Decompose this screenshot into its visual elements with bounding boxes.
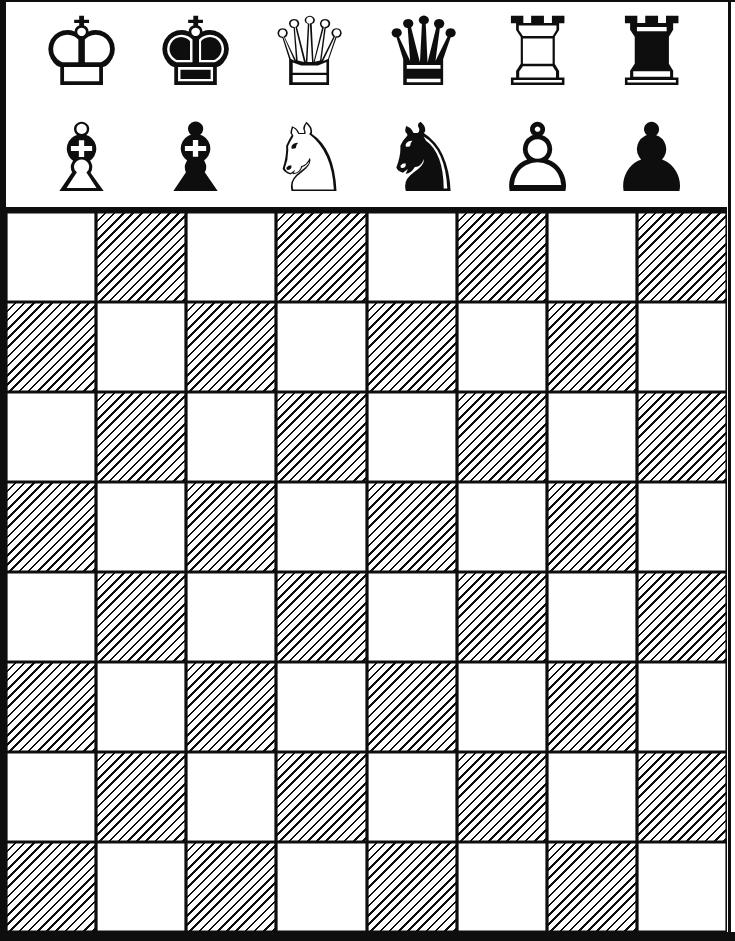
black-pawn-icon: ♟ [609,112,694,204]
square-b6 [96,392,186,482]
square-g3 [547,662,637,752]
square-h5 [637,482,727,572]
piece-black-queen: ♛ [367,6,481,98]
piece-black-rook: ♜ [595,6,709,98]
square-d5 [276,482,366,572]
square-e6 [367,392,457,482]
square-d7 [276,302,366,392]
black-knight-icon: ♞ [381,112,466,204]
piece-white-queen: ♕ [253,6,367,98]
square-c2 [186,752,276,842]
piece-black-king: ♚ [139,6,253,98]
square-c5 [186,482,276,572]
square-f4 [457,572,547,662]
square-d4 [276,572,366,662]
frame-right-rule [728,2,731,941]
square-c8 [186,212,276,302]
square-c6 [186,392,276,482]
square-b3 [96,662,186,752]
square-h1 [637,842,727,932]
square-a5 [6,482,96,572]
square-c4 [186,572,276,662]
square-g2 [547,752,637,842]
square-e1 [367,842,457,932]
square-g7 [547,302,637,392]
piece-black-bishop: ♝ [139,112,253,204]
white-king-icon: ♔ [39,6,124,98]
square-g4 [547,572,637,662]
square-d1 [276,842,366,932]
square-a7 [6,302,96,392]
square-a3 [6,662,96,752]
square-a1 [6,842,96,932]
square-h6 [637,392,727,482]
white-bishop-icon: ♗ [39,112,124,204]
white-queen-icon: ♕ [267,6,352,98]
piece-white-king: ♔ [25,6,139,98]
black-rook-icon: ♜ [609,6,694,98]
square-d6 [276,392,366,482]
square-g6 [547,392,637,482]
square-d2 [276,752,366,842]
square-f8 [457,212,547,302]
square-f1 [457,842,547,932]
square-c1 [186,842,276,932]
piece-black-knight: ♞ [367,112,481,204]
square-h8 [637,212,727,302]
square-f5 [457,482,547,572]
square-f3 [457,662,547,752]
piece-legend-row-1: ♔ ♚ ♕ ♛ ♖ ♜ [6,6,727,98]
square-a4 [6,572,96,662]
chess-worksheet-page: ♔ ♚ ♕ ♛ ♖ ♜ ♗ ♝ [0,0,735,941]
black-bishop-icon: ♝ [153,112,238,204]
square-e5 [367,482,457,572]
piece-white-pawn: ♙ [481,112,595,204]
piece-white-knight: ♘ [253,112,367,204]
square-e7 [367,302,457,392]
square-h3 [637,662,727,752]
square-f7 [457,302,547,392]
square-a8 [6,212,96,302]
square-c7 [186,302,276,392]
square-h4 [637,572,727,662]
black-queen-icon: ♛ [381,6,466,98]
piece-black-pawn: ♟ [595,112,709,204]
square-g5 [547,482,637,572]
square-f2 [457,752,547,842]
square-e8 [367,212,457,302]
square-d3 [276,662,366,752]
square-b4 [96,572,186,662]
square-a2 [6,752,96,842]
square-b8 [96,212,186,302]
chess-board [6,207,727,932]
piece-legend-row-2: ♗ ♝ ♘ ♞ ♙ ♟ [6,112,727,204]
white-rook-icon: ♖ [495,6,580,98]
frame-bottom-rule [6,932,735,941]
square-h2 [637,752,727,842]
square-b1 [96,842,186,932]
square-c3 [186,662,276,752]
piece-legend: ♔ ♚ ♕ ♛ ♖ ♜ ♗ ♝ [6,2,727,207]
square-d8 [276,212,366,302]
square-h7 [637,302,727,392]
square-g8 [547,212,637,302]
square-e4 [367,572,457,662]
square-f6 [457,392,547,482]
square-b5 [96,482,186,572]
white-pawn-icon: ♙ [495,112,580,204]
black-king-icon: ♚ [153,6,238,98]
square-e3 [367,662,457,752]
square-a6 [6,392,96,482]
square-b2 [96,752,186,842]
square-g1 [547,842,637,932]
piece-white-bishop: ♗ [25,112,139,204]
piece-white-rook: ♖ [481,6,595,98]
square-e2 [367,752,457,842]
square-b7 [96,302,186,392]
white-knight-icon: ♘ [267,112,352,204]
